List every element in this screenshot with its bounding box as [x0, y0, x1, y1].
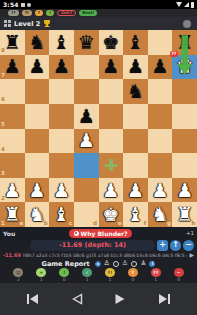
square-b2[interactable]: ♟	[25, 178, 50, 203]
evaluation-pill: -11.69 (depth: 14)	[30, 240, 155, 251]
piece-white-pawn: ♟	[152, 181, 169, 200]
rank-label: 6	[1, 97, 5, 103]
square-f8[interactable]: ♝	[123, 30, 148, 55]
square-c3[interactable]	[49, 153, 74, 178]
square-b1[interactable]: ♞b	[25, 202, 50, 227]
square-b3[interactable]	[25, 153, 50, 178]
missed-win-icon: −	[174, 268, 184, 277]
best-count: 1	[40, 278, 43, 283]
signal-icon	[184, 2, 189, 7]
feedback-pill-: ??	[8, 10, 19, 16]
rank-label: 3	[1, 171, 5, 177]
good-icon: ✓	[82, 268, 92, 277]
report-side-both-piece-icon: ♙	[122, 260, 128, 267]
report-side-black-piece-icon: ♟	[140, 260, 146, 267]
badge-book[interactable]: ▤2	[13, 268, 23, 282]
piece-black-king: ♚	[102, 33, 119, 52]
square-b4[interactable]	[25, 129, 50, 154]
square-f6[interactable]: ♞	[123, 79, 148, 104]
piece-black-pawn: ♟	[102, 57, 119, 76]
gear-icon	[74, 231, 79, 236]
square-a8[interactable]: ♜8	[0, 30, 25, 55]
square-c1[interactable]: ♝c	[49, 202, 74, 227]
badge-mistake[interactable]: ?0	[128, 268, 138, 282]
notification-icon	[27, 3, 31, 7]
rank-label: 7	[1, 73, 5, 79]
chess-analysis-app: 3:54 ???!?!Ooh?Best! Level 2 ♜8♞♝♛♚♝♜♟7♟…	[0, 0, 197, 315]
piece-black-rook: ♜	[4, 33, 21, 52]
next-move-button[interactable]	[114, 293, 126, 305]
settings-circle-icon[interactable]	[183, 20, 191, 28]
square-a5[interactable]: 5	[0, 104, 25, 129]
square-g1[interactable]: ♞g	[148, 202, 173, 227]
piece-black-bishop: ♝	[53, 33, 70, 52]
piece-black-pawn: ♟	[4, 57, 21, 76]
piece-black-pawn: ♟	[127, 57, 144, 76]
file-label: e	[118, 221, 122, 227]
square-a3[interactable]: 3	[0, 153, 25, 178]
square-a1[interactable]: ♜1a	[0, 202, 25, 227]
square-g3[interactable]	[148, 153, 173, 178]
badge-best[interactable]: ★1	[36, 268, 46, 282]
expand-analysis-button[interactable]: ↑	[170, 240, 181, 251]
piece-white-pawn: ♟	[176, 181, 193, 200]
last-move-button[interactable]	[158, 293, 171, 305]
square-h2[interactable]: ♟	[172, 178, 197, 203]
add-line-button[interactable]: +	[157, 240, 168, 251]
level-bar: Level 2	[0, 17, 197, 30]
piece-white-pawn: ♟	[53, 181, 70, 200]
mistake-count: 0	[131, 278, 134, 283]
square-a2[interactable]: ♟2	[0, 178, 25, 203]
file-label: d	[93, 221, 97, 227]
clock-time: 3:54	[3, 1, 19, 8]
square-g2[interactable]: ♟	[148, 178, 173, 203]
piece-white-pawn: ♟	[28, 181, 45, 200]
piece-white-pawn: ♟	[127, 181, 144, 200]
book-icon: ▤	[13, 268, 23, 277]
square-f3[interactable]	[123, 153, 148, 178]
good-count: 1	[86, 278, 89, 283]
bottom-toolbar	[0, 283, 197, 315]
player-bar: You Why Blunder? +1	[0, 227, 197, 239]
square-h3[interactable]	[172, 153, 197, 178]
piece-white-bishop: ♝	[127, 205, 144, 224]
inaccuracy-count: 1	[109, 278, 112, 283]
square-c8[interactable]: ♝	[49, 30, 74, 55]
square-h5[interactable]	[172, 104, 197, 129]
square-g6[interactable]	[148, 79, 173, 104]
piece-black-bishop: ♝	[127, 33, 144, 52]
trophy-icon	[43, 19, 51, 28]
piece-black-knight: ♞	[28, 33, 45, 52]
rank-label: 4	[1, 147, 5, 153]
engine-line[interactable]: -11.69 h8h7 a2a3 c7c5 f1b5 b8c6 g1f3 a7a…	[0, 251, 197, 259]
line-eval: -11.69	[3, 252, 21, 258]
remove-line-button[interactable]: −	[183, 240, 194, 251]
badge-excellent[interactable]: !0	[59, 268, 69, 282]
square-d6[interactable]	[74, 79, 99, 104]
square-e1[interactable]: ♚e	[99, 202, 124, 227]
piece-white-bishop: ♝	[53, 205, 70, 224]
badge-good[interactable]: ✓1	[82, 268, 92, 282]
square-e8[interactable]: ♚	[99, 30, 124, 55]
feedback-pill-: ?!	[22, 10, 32, 16]
square-a7[interactable]: ♟7	[0, 55, 25, 80]
menu-grid-icon[interactable]	[4, 20, 11, 27]
feedback-pill-: !	[46, 10, 54, 16]
square-a6[interactable]: 6	[0, 79, 25, 104]
rank-label: 2	[1, 196, 5, 202]
square-h4[interactable]	[172, 129, 197, 154]
notification-icon	[21, 3, 25, 7]
first-move-button[interactable]	[26, 293, 39, 305]
square-b6[interactable]	[25, 79, 50, 104]
player-name: You	[3, 230, 15, 237]
piece-black-queen: ♛	[78, 33, 95, 52]
piece-white-queen: ♛	[176, 57, 193, 76]
square-f2[interactable]: ♟	[123, 178, 148, 203]
move-class-badges: ▤2★1!0✓1?!1?0??1−0	[0, 268, 197, 282]
inaccuracy-icon: ?!	[105, 268, 115, 277]
square-e4[interactable]	[99, 129, 124, 154]
book-count: 2	[17, 278, 20, 283]
square-d1[interactable]: d	[74, 202, 99, 227]
badge-blunder[interactable]: ??1	[151, 268, 161, 282]
evaluation-text: -11.69 (depth: 14)	[59, 241, 126, 249]
game-report-title: Game Report	[42, 260, 90, 268]
square-d8[interactable]: ♛	[74, 30, 99, 55]
piece-white-king: ♚	[102, 205, 119, 224]
square-e2[interactable]: ♟	[99, 178, 124, 203]
square-g7[interactable]: ♟	[148, 55, 173, 80]
line-moves: h8h7 a2a3 c7c5 f1b5 b8c6 g1f3 a7a6 b1c3 …	[23, 253, 187, 258]
evaluation-row: -11.69 (depth: 14) +↑−	[0, 239, 197, 251]
square-h7[interactable]: ♛	[172, 55, 197, 80]
excellent-icon: !	[59, 268, 69, 277]
square-g4[interactable]	[148, 129, 173, 154]
report-side-white-radio[interactable]	[95, 261, 101, 267]
excellent-count: 0	[63, 278, 66, 283]
square-d5[interactable]: ♟	[74, 104, 99, 129]
square-d7[interactable]	[74, 55, 99, 80]
badge-inaccuracy[interactable]: ?!1	[105, 268, 115, 282]
blunder-count: 1	[154, 278, 157, 283]
report-side-black-radio[interactable]	[131, 261, 137, 267]
square-e7[interactable]: ♟	[99, 55, 124, 80]
square-h1[interactable]: ♜h	[172, 202, 197, 227]
piece-black-pawn: ♟	[152, 57, 169, 76]
file-label: f	[144, 221, 146, 227]
file-label: g	[167, 221, 171, 227]
game-report-header: Game Report ♙♙♟ i	[0, 259, 197, 268]
square-h6[interactable]	[172, 79, 197, 104]
square-c2[interactable]: ♟	[49, 178, 74, 203]
file-label: b	[44, 221, 48, 227]
piece-black-knight: ♞	[127, 82, 144, 101]
square-b8[interactable]: ♞	[25, 30, 50, 55]
feedback-pill-Best: Best!	[79, 10, 97, 16]
report-side-both-radio[interactable]	[113, 261, 119, 267]
square-b5[interactable]	[25, 104, 50, 129]
move-counter: +1	[186, 230, 194, 236]
piece-black-pawn: ♟	[78, 107, 95, 126]
chess-board: ♜8♞♝♛♚♝♜♟7♟♟♟♟♟♛6♞5♟4♟3♟2♟♟♟♟♟♟♜1a♞b♝cd♚…	[0, 30, 197, 227]
file-label: a	[19, 221, 23, 227]
square-f1[interactable]: ♝f	[123, 202, 148, 227]
square-a4[interactable]: 4	[0, 129, 25, 154]
square-c5[interactable]	[49, 104, 74, 129]
square-e5[interactable]	[99, 104, 124, 129]
hint-plus-marker	[105, 159, 117, 171]
square-f4[interactable]	[123, 129, 148, 154]
piece-white-pawn: ♟	[102, 181, 119, 200]
piece-black-rook: ♜	[176, 33, 193, 52]
level-label: Level 2	[14, 20, 40, 28]
play-line-icon[interactable]: ▶	[189, 252, 194, 258]
piece-white-pawn: ♟	[78, 131, 95, 150]
square-d4[interactable]: ♟	[74, 129, 99, 154]
missed-win-count: 0	[177, 278, 180, 283]
report-side-white-piece-icon: ♙	[104, 260, 110, 267]
why-blunder-label: Why Blunder?	[81, 230, 128, 237]
badge-missed-win[interactable]: −0	[174, 268, 184, 282]
piece-white-rook: ♜	[4, 205, 21, 224]
wifi-icon	[176, 2, 182, 7]
square-b7[interactable]: ♟	[25, 55, 50, 80]
square-f5[interactable]	[123, 104, 148, 129]
piece-black-pawn: ♟	[28, 57, 45, 76]
info-icon[interactable]: i	[149, 261, 155, 267]
file-label: h	[192, 221, 196, 227]
square-g5[interactable]	[148, 104, 173, 129]
rank-label: 8	[1, 48, 5, 54]
blunder-badge: ??	[170, 51, 178, 58]
rank-label: 5	[1, 122, 5, 128]
status-bar: 3:54	[0, 0, 197, 9]
square-e6[interactable]	[99, 79, 124, 104]
square-c6[interactable]	[49, 79, 74, 104]
square-g8[interactable]	[148, 30, 173, 55]
square-c4[interactable]	[49, 129, 74, 154]
why-blunder-button[interactable]: Why Blunder?	[69, 229, 133, 238]
battery-icon	[191, 2, 194, 8]
blunder-icon: ??	[151, 268, 161, 277]
previous-move-button[interactable]	[71, 293, 83, 305]
square-d2[interactable]	[74, 178, 99, 203]
move-feedback-strip: ???!?!Ooh?Best!	[0, 9, 197, 17]
feedback-pill-: ?	[35, 10, 43, 16]
mistake-icon: ?	[128, 268, 138, 277]
file-label: c	[69, 221, 72, 227]
square-d3[interactable]	[74, 153, 99, 178]
square-f7[interactable]: ♟	[123, 55, 148, 80]
piece-black-pawn: ♟	[53, 57, 70, 76]
rank-label: 1	[1, 221, 5, 227]
feedback-pill-Ooh: Ooh?	[57, 10, 76, 16]
square-c7[interactable]: ♟	[49, 55, 74, 80]
best-icon: ★	[36, 268, 46, 277]
piece-white-pawn: ♟	[4, 181, 21, 200]
